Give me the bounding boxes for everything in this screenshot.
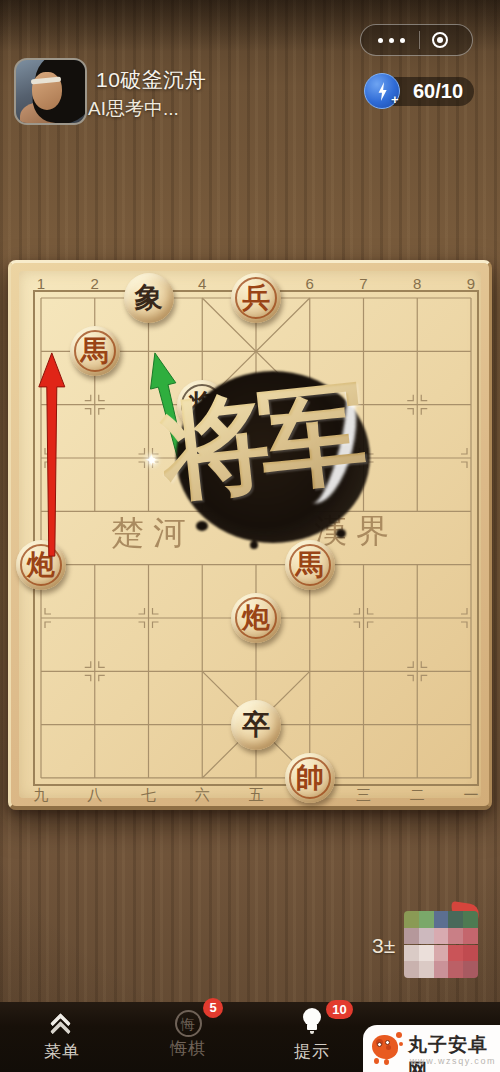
ai-status: AI思考中... [88,96,179,122]
watermark-title: 丸子安卓网 [408,1032,500,1072]
sticker-label: 3± [372,934,395,958]
hint-badge: 10 [326,1000,353,1019]
board-field: 123456789九八七六五四三二一楚河漢界 ✦✦ 象兵馬将士炮馬炮卒帥 将军 [19,271,481,798]
mascot-logo-icon [370,1032,404,1066]
lightning-icon[interactable]: + [364,73,400,109]
energy-value: 60/10 [406,77,470,106]
piece-red-cannon[interactable]: 炮 [16,540,66,590]
energy-counter[interactable]: + 60/10 [366,77,474,106]
level-title: 10破釜沉舟 [96,66,206,94]
site-watermark: 丸子安卓网 www.wzsqy.com [363,1025,500,1072]
menu-label: 菜单 [17,1040,107,1063]
hint-label: 提示 [267,1040,357,1063]
piece-black-general[interactable]: 将 [177,380,227,430]
censored-sticker [404,911,478,978]
piece-black-elephant[interactable]: 象 [124,273,174,323]
piece-red-horse[interactable]: 馬 [285,540,335,590]
capsule-divider [419,31,420,49]
piece-red-horse[interactable]: 馬 [70,326,120,376]
menu-button[interactable]: 菜单 [17,1008,107,1063]
more-icon[interactable] [378,38,405,43]
undo-icon: 悔 [175,1010,202,1037]
app-screen: 10破釜沉舟 AI思考中... + 60/10 123456789九八七六五四三… [0,0,500,1072]
undo-label: 悔棋 [143,1037,233,1060]
menu-icon [49,1014,75,1036]
piece-red-cannon[interactable]: 炮 [231,593,281,643]
wechat-capsule[interactable] [360,24,473,56]
pieces-layer: 象兵馬将士炮馬炮卒帥 [16,268,500,818]
undo-badge: 5 [203,998,223,1018]
piece-black-advisor[interactable]: 士 [231,380,281,430]
piece-red-general[interactable]: 帥 [285,753,335,803]
xiangqi-board[interactable]: 123456789九八七六五四三二一楚河漢界 ✦✦ 象兵馬将士炮馬炮卒帥 将军 [8,260,492,810]
piece-black-soldier[interactable]: 卒 [231,700,281,750]
piece-red-soldier[interactable]: 兵 [231,273,281,323]
avatar [14,58,87,125]
lightbulb-icon [301,1008,323,1036]
close-target-icon[interactable] [432,32,448,48]
watermark-url: www.wzsqy.com [410,1056,496,1066]
